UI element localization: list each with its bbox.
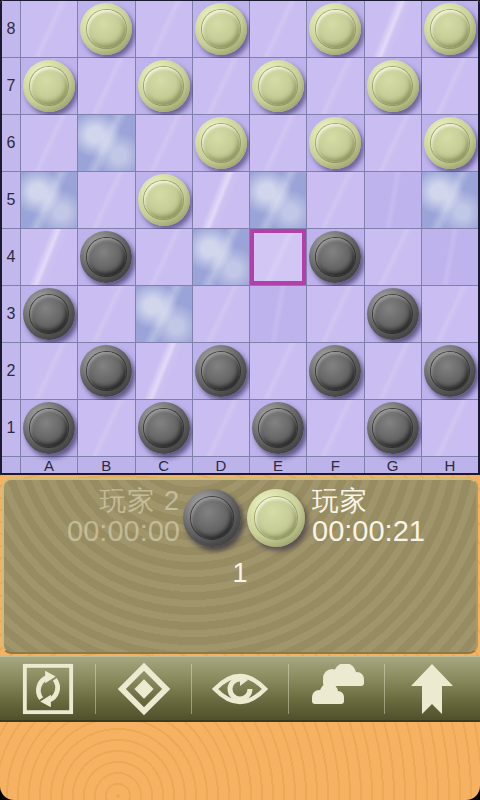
file-label-f: F	[307, 457, 363, 473]
rotate-board-button[interactable]	[0, 657, 95, 720]
square-b5[interactable]	[78, 172, 134, 228]
dark-piece-f2[interactable]	[309, 345, 361, 397]
square-b3[interactable]	[78, 286, 134, 342]
square-d6[interactable]	[193, 115, 249, 171]
square-b4[interactable]	[78, 229, 134, 285]
dark-piece-a3[interactable]	[23, 288, 75, 340]
square-c4[interactable]	[136, 229, 192, 285]
square-g1[interactable]	[365, 400, 421, 456]
square-b8[interactable]	[78, 1, 134, 57]
arrow-up-icon	[407, 662, 457, 716]
square-d1[interactable]	[193, 400, 249, 456]
square-d7[interactable]	[193, 58, 249, 114]
square-g2[interactable]	[365, 343, 421, 399]
square-b1[interactable]	[78, 400, 134, 456]
player1-clock: 00:00:21	[312, 516, 425, 547]
square-g5[interactable]	[365, 172, 421, 228]
light-piece-f8[interactable]	[309, 3, 361, 55]
square-g6[interactable]	[365, 115, 421, 171]
square-c7[interactable]	[136, 58, 192, 114]
square-g4[interactable]	[365, 229, 421, 285]
square-h8[interactable]	[422, 1, 478, 57]
square-a5[interactable]	[21, 172, 77, 228]
dark-piece-g1[interactable]	[367, 402, 419, 454]
view-button[interactable]	[192, 657, 287, 720]
player1-name: 玩家	[312, 487, 425, 516]
light-piece-c7[interactable]	[138, 60, 190, 112]
rank-label-5: 5	[2, 172, 20, 228]
dark-piece-h2[interactable]	[424, 345, 476, 397]
square-a4[interactable]	[21, 229, 77, 285]
rank-label-8: 8	[2, 1, 20, 57]
square-d5[interactable]	[193, 172, 249, 228]
corner-cell	[2, 457, 20, 473]
eye-refresh-icon	[210, 666, 270, 712]
players-row: 玩家 2 00:00:00 玩家 00:00:21	[4, 480, 476, 547]
square-e4[interactable]	[250, 229, 306, 285]
move-counter: 1	[4, 558, 476, 589]
light-piece-c5[interactable]	[138, 174, 190, 226]
player2-clock: 00:00:00	[67, 516, 180, 547]
light-piece-h6[interactable]	[424, 117, 476, 169]
player2-dark-piece-icon	[183, 489, 241, 547]
square-c3[interactable]	[136, 286, 192, 342]
square-f1[interactable]	[307, 400, 363, 456]
square-c5[interactable]	[136, 172, 192, 228]
square-f8[interactable]	[307, 1, 363, 57]
toolbar	[0, 656, 480, 722]
square-d4[interactable]	[193, 229, 249, 285]
square-a8[interactable]	[21, 1, 77, 57]
app-screen: 87654321ABCDEFGH 玩家 2 00:00:00 玩家 00:00:…	[0, 0, 480, 800]
square-g7[interactable]	[365, 58, 421, 114]
file-label-c: C	[136, 457, 192, 473]
file-label-a: A	[21, 457, 77, 473]
rank-label-2: 2	[2, 343, 20, 399]
square-e5[interactable]	[250, 172, 306, 228]
light-piece-h8[interactable]	[424, 3, 476, 55]
square-h5[interactable]	[422, 172, 478, 228]
square-f2[interactable]	[307, 343, 363, 399]
square-a7[interactable]	[21, 58, 77, 114]
dark-piece-g3[interactable]	[367, 288, 419, 340]
diamond-icon	[117, 662, 171, 716]
square-d3[interactable]	[193, 286, 249, 342]
square-e6[interactable]	[250, 115, 306, 171]
square-c1[interactable]	[136, 400, 192, 456]
square-c2[interactable]	[136, 343, 192, 399]
dark-piece-b2[interactable]	[80, 345, 132, 397]
rank-label-7: 7	[2, 58, 20, 114]
square-e1[interactable]	[250, 400, 306, 456]
square-f6[interactable]	[307, 115, 363, 171]
square-a1[interactable]	[21, 400, 77, 456]
light-piece-f6[interactable]	[309, 117, 361, 169]
square-b7[interactable]	[78, 58, 134, 114]
square-g3[interactable]	[365, 286, 421, 342]
light-piece-a7[interactable]	[23, 60, 75, 112]
square-f5[interactable]	[307, 172, 363, 228]
light-piece-d8[interactable]	[195, 3, 247, 55]
dark-piece-c1[interactable]	[138, 402, 190, 454]
square-f3[interactable]	[307, 286, 363, 342]
checkers-board[interactable]: 87654321ABCDEFGH	[0, 0, 480, 475]
square-a6[interactable]	[21, 115, 77, 171]
square-h2[interactable]	[422, 343, 478, 399]
square-a3[interactable]	[21, 286, 77, 342]
light-piece-d6[interactable]	[195, 117, 247, 169]
square-h6[interactable]	[422, 115, 478, 171]
exit-button[interactable]	[385, 657, 480, 720]
square-h4[interactable]	[422, 229, 478, 285]
square-f7[interactable]	[307, 58, 363, 114]
clouds-icon	[306, 664, 366, 714]
rank-label-1: 1	[2, 400, 20, 456]
dark-piece-e1[interactable]	[252, 402, 304, 454]
dark-piece-d2[interactable]	[195, 345, 247, 397]
square-f4[interactable]	[307, 229, 363, 285]
dark-piece-a1[interactable]	[23, 402, 75, 454]
dark-piece-f4[interactable]	[309, 231, 361, 283]
file-label-b: B	[78, 457, 134, 473]
dark-piece-b4[interactable]	[80, 231, 132, 283]
status-panel: 玩家 2 00:00:00 玩家 00:00:21 1	[2, 478, 478, 654]
rank-label-4: 4	[2, 229, 20, 285]
rotate-cycle-icon	[21, 662, 75, 716]
file-label-h: H	[422, 457, 478, 473]
square-h3[interactable]	[422, 286, 478, 342]
square-a2[interactable]	[21, 343, 77, 399]
square-e8[interactable]	[250, 1, 306, 57]
square-b6[interactable]	[78, 115, 134, 171]
square-g8[interactable]	[365, 1, 421, 57]
square-d2[interactable]	[193, 343, 249, 399]
background-theme-button[interactable]	[289, 657, 384, 720]
square-b2[interactable]	[78, 343, 134, 399]
diamond-button[interactable]	[96, 657, 191, 720]
square-c8[interactable]	[136, 1, 192, 57]
square-h1[interactable]	[422, 400, 478, 456]
square-c6[interactable]	[136, 115, 192, 171]
rank-label-6: 6	[2, 115, 20, 171]
square-e7[interactable]	[250, 58, 306, 114]
light-piece-g7[interactable]	[367, 60, 419, 112]
player2-name: 玩家 2	[99, 487, 180, 516]
player2-info: 玩家 2 00:00:00	[4, 487, 180, 547]
file-label-g: G	[365, 457, 421, 473]
square-e3[interactable]	[250, 286, 306, 342]
square-h7[interactable]	[422, 58, 478, 114]
background-area	[0, 722, 480, 800]
light-piece-b8[interactable]	[80, 3, 132, 55]
player1-light-piece-icon	[247, 489, 305, 547]
square-d8[interactable]	[193, 1, 249, 57]
file-label-d: D	[193, 457, 249, 473]
light-piece-e7[interactable]	[252, 60, 304, 112]
rank-label-3: 3	[2, 286, 20, 342]
square-e2[interactable]	[250, 343, 306, 399]
file-label-e: E	[250, 457, 306, 473]
player1-info: 玩家 00:00:21	[312, 487, 425, 547]
